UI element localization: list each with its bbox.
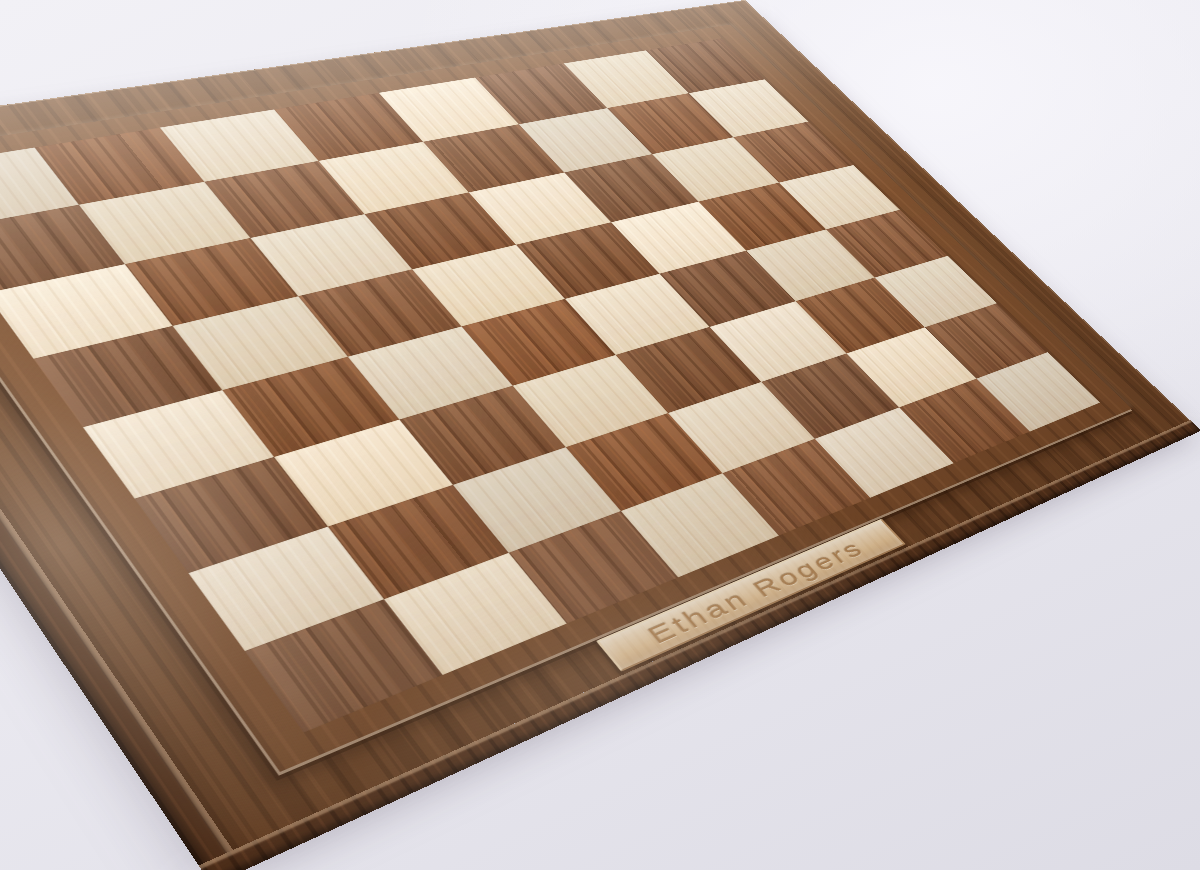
chess-board: Ethan Rogers — [0, 0, 1190, 850]
scene: Ethan Rogers — [0, 0, 1200, 870]
